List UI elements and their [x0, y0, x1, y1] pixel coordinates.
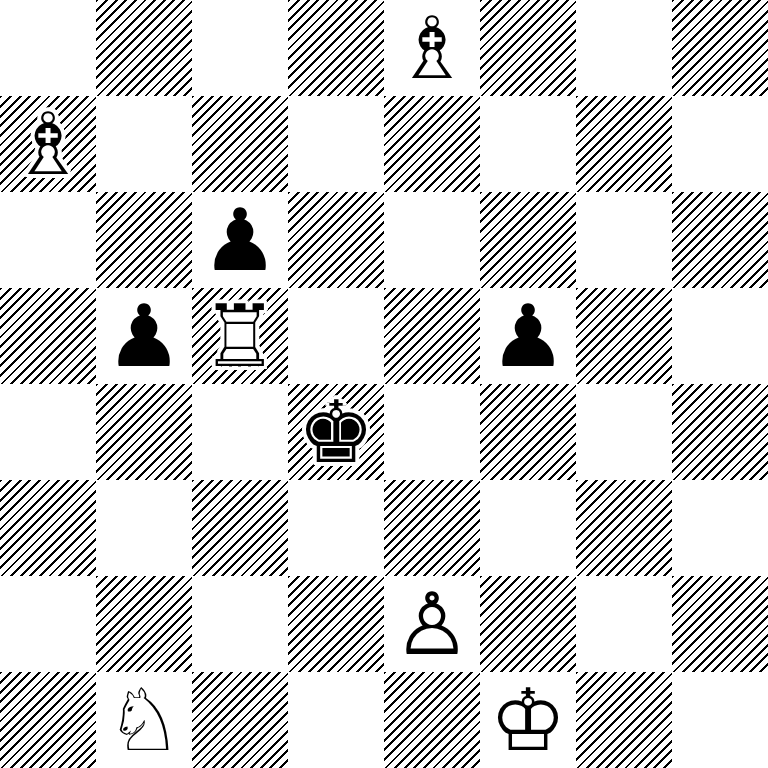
square-e8[interactable]: ♝♗	[384, 0, 480, 96]
square-e5[interactable]	[384, 288, 480, 384]
piece-black-king[interactable]: ♚♚	[288, 384, 384, 480]
square-e1[interactable]	[384, 672, 480, 768]
piece-white-bishop[interactable]: ♝♗	[384, 0, 480, 96]
square-h3[interactable]	[672, 480, 768, 576]
square-g1[interactable]	[576, 672, 672, 768]
square-f4[interactable]	[480, 384, 576, 480]
black-pawn-icon: ♟	[480, 288, 576, 384]
square-h4[interactable]	[672, 384, 768, 480]
square-f8[interactable]	[480, 0, 576, 96]
square-d6[interactable]	[288, 192, 384, 288]
square-d2[interactable]	[288, 576, 384, 672]
white-bishop-icon: ♗	[384, 0, 480, 96]
square-g5[interactable]	[576, 288, 672, 384]
square-e4[interactable]	[384, 384, 480, 480]
square-d4[interactable]: ♚♚	[288, 384, 384, 480]
piece-white-pawn[interactable]: ♟♙	[384, 576, 480, 672]
chess-board: ♝♗♝♗♟♟♟♟♜♖♟♟♚♚♟♙♞♘♚♔	[0, 0, 768, 768]
square-e2[interactable]: ♟♙	[384, 576, 480, 672]
piece-white-king[interactable]: ♚♔	[480, 672, 576, 768]
white-knight-icon: ♘	[96, 672, 192, 768]
square-d8[interactable]	[288, 0, 384, 96]
square-c6[interactable]: ♟♟	[192, 192, 288, 288]
square-f1[interactable]: ♚♔	[480, 672, 576, 768]
square-f7[interactable]	[480, 96, 576, 192]
square-d3[interactable]	[288, 480, 384, 576]
square-d1[interactable]	[288, 672, 384, 768]
square-h8[interactable]	[672, 0, 768, 96]
square-a4[interactable]	[0, 384, 96, 480]
square-b4[interactable]	[96, 384, 192, 480]
square-e7[interactable]	[384, 96, 480, 192]
square-e3[interactable]	[384, 480, 480, 576]
piece-black-pawn[interactable]: ♟♟	[96, 288, 192, 384]
square-c3[interactable]	[192, 480, 288, 576]
square-b5[interactable]: ♟♟	[96, 288, 192, 384]
square-a6[interactable]	[0, 192, 96, 288]
square-g6[interactable]	[576, 192, 672, 288]
square-b2[interactable]	[96, 576, 192, 672]
square-h1[interactable]	[672, 672, 768, 768]
square-c8[interactable]	[192, 0, 288, 96]
square-d5[interactable]	[288, 288, 384, 384]
piece-white-rook[interactable]: ♜♖	[192, 288, 288, 384]
black-pawn-icon: ♟	[96, 288, 192, 384]
square-f2[interactable]	[480, 576, 576, 672]
square-f5[interactable]: ♟♟	[480, 288, 576, 384]
square-g7[interactable]	[576, 96, 672, 192]
square-b3[interactable]	[96, 480, 192, 576]
square-c4[interactable]	[192, 384, 288, 480]
square-b7[interactable]	[96, 96, 192, 192]
white-pawn-icon: ♙	[384, 576, 480, 672]
square-b6[interactable]	[96, 192, 192, 288]
square-c2[interactable]	[192, 576, 288, 672]
white-bishop-icon: ♗	[0, 96, 96, 192]
piece-white-knight[interactable]: ♞♘	[96, 672, 192, 768]
square-h6[interactable]	[672, 192, 768, 288]
square-a5[interactable]	[0, 288, 96, 384]
square-h5[interactable]	[672, 288, 768, 384]
square-c1[interactable]	[192, 672, 288, 768]
square-g4[interactable]	[576, 384, 672, 480]
square-a2[interactable]	[0, 576, 96, 672]
white-king-icon: ♔	[480, 672, 576, 768]
square-c5[interactable]: ♜♖	[192, 288, 288, 384]
square-e6[interactable]	[384, 192, 480, 288]
square-a8[interactable]	[0, 0, 96, 96]
piece-white-bishop[interactable]: ♝♗	[0, 96, 96, 192]
square-a3[interactable]	[0, 480, 96, 576]
piece-black-pawn[interactable]: ♟♟	[192, 192, 288, 288]
square-f6[interactable]	[480, 192, 576, 288]
square-g2[interactable]	[576, 576, 672, 672]
square-g3[interactable]	[576, 480, 672, 576]
square-h2[interactable]	[672, 576, 768, 672]
square-a1[interactable]	[0, 672, 96, 768]
square-g8[interactable]	[576, 0, 672, 96]
square-f3[interactable]	[480, 480, 576, 576]
piece-black-pawn[interactable]: ♟♟	[480, 288, 576, 384]
square-d7[interactable]	[288, 96, 384, 192]
square-a7[interactable]: ♝♗	[0, 96, 96, 192]
black-pawn-icon: ♟	[192, 192, 288, 288]
square-c7[interactable]	[192, 96, 288, 192]
square-b1[interactable]: ♞♘	[96, 672, 192, 768]
white-rook-icon: ♖	[192, 288, 288, 384]
black-king-icon: ♚	[288, 384, 384, 480]
square-h7[interactable]	[672, 96, 768, 192]
square-b8[interactable]	[96, 0, 192, 96]
